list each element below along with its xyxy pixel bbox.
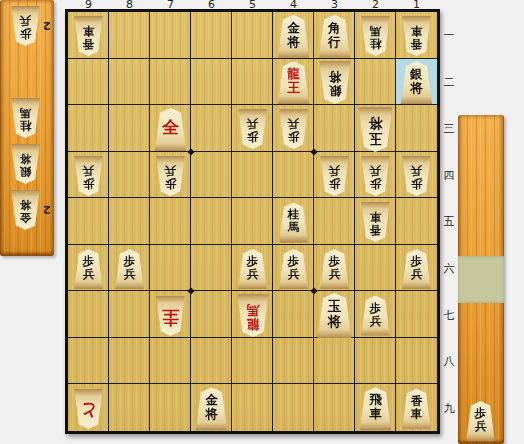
square-5一[interactable] <box>232 12 273 59</box>
piece-kanji: 車 <box>411 24 423 37</box>
file-label-7: 7 <box>161 0 181 11</box>
hand-piece-pawn-sente[interactable]: 歩兵 <box>465 401 496 441</box>
piece-kanji: 桂 <box>370 37 382 50</box>
piece-kanji: 兵 <box>83 164 95 177</box>
square-3五[interactable] <box>314 198 355 245</box>
komadai-sente-hand: 歩兵 <box>458 115 504 444</box>
piece-kanji: 香 <box>411 37 423 50</box>
square-6七[interactable] <box>191 291 232 338</box>
shogi-app: { "game": "shogi", "position": { "sfen":… <box>0 0 524 444</box>
square-7五[interactable] <box>150 198 191 245</box>
rank-label-6: 六 <box>441 261 457 276</box>
piece-kanji: 龍 <box>287 67 300 81</box>
square-5五[interactable] <box>232 198 273 245</box>
piece-kanji: 兵 <box>411 268 423 281</box>
piece-kanji: 玉 <box>328 299 342 314</box>
square-7八[interactable] <box>150 338 191 385</box>
square-8一[interactable] <box>109 12 150 59</box>
piece-kanji: 兵 <box>288 117 300 130</box>
piece-kanji: 車 <box>370 210 382 223</box>
square-4七[interactable] <box>273 291 314 338</box>
file-label-3: 3 <box>325 0 345 11</box>
rank-label-3: 三 <box>441 121 457 136</box>
square-2六[interactable] <box>355 245 396 292</box>
piece-kanji: 歩 <box>20 27 32 40</box>
piece-kanji: 兵 <box>329 164 341 177</box>
piece-kanji: 歩 <box>411 177 423 190</box>
piece-kanji: 龍 <box>246 317 259 331</box>
square-6三[interactable] <box>191 105 232 152</box>
square-6五[interactable] <box>191 198 232 245</box>
file-label-2: 2 <box>366 0 386 11</box>
square-9二[interactable] <box>68 59 109 106</box>
square-4八[interactable] <box>273 338 314 385</box>
piece-kanji: 馬 <box>20 106 32 119</box>
piece-kanji: 歩 <box>329 177 341 190</box>
square-8四[interactable] <box>109 152 150 199</box>
piece-kanji: 全 <box>162 119 179 140</box>
square-7六[interactable] <box>150 245 191 292</box>
piece-kanji: 馬 <box>370 24 382 37</box>
piece-kanji: 兵 <box>475 420 487 433</box>
piece-kanji: 金 <box>287 21 300 35</box>
hand-slot-highlight-silver[interactable] <box>458 256 504 303</box>
square-9五[interactable] <box>68 198 109 245</box>
piece-kanji: 車 <box>83 24 95 37</box>
hand-count-gold: 2 <box>43 204 51 215</box>
piece-kanji: 将 <box>287 35 300 49</box>
square-7九[interactable] <box>150 384 191 431</box>
piece-kanji: 歩 <box>247 130 259 143</box>
piece-kanji: 圭 <box>162 305 179 326</box>
piece-kanji: 兵 <box>124 268 136 281</box>
square-2二[interactable] <box>355 59 396 106</box>
piece-kanji: 香 <box>83 37 95 50</box>
square-8五[interactable] <box>109 198 150 245</box>
square-1三[interactable] <box>396 105 437 152</box>
square-3三[interactable] <box>314 105 355 152</box>
rank-label-5: 五 <box>441 214 457 229</box>
piece-kanji: 歩 <box>165 177 177 190</box>
piece-kanji: 兵 <box>411 164 423 177</box>
square-3九[interactable] <box>314 384 355 431</box>
square-6四[interactable] <box>191 152 232 199</box>
square-2八[interactable] <box>355 338 396 385</box>
rank-label-8: 八 <box>441 354 457 369</box>
square-1八[interactable] <box>396 338 437 385</box>
file-label-5: 5 <box>243 0 263 11</box>
piece-kanji: 兵 <box>288 268 300 281</box>
square-6八[interactable] <box>191 338 232 385</box>
piece-kanji: 歩 <box>370 302 382 315</box>
piece-kanji: 玉 <box>369 131 383 146</box>
piece-kanji: 歩 <box>288 130 300 143</box>
piece-kanji: 将 <box>410 81 423 95</box>
square-8九[interactable] <box>109 384 150 431</box>
hand-piece-gold-gote[interactable]: 金将 <box>10 190 41 230</box>
rank-label-2: 二 <box>441 75 457 90</box>
square-8八[interactable] <box>109 338 150 385</box>
hand-piece-pawn-gote[interactable]: 歩兵 <box>10 6 41 46</box>
piece-kanji: 歩 <box>83 177 95 190</box>
piece-kanji: 兵 <box>370 315 382 328</box>
square-6一[interactable] <box>191 12 232 59</box>
piece-kanji: 銀 <box>328 84 341 98</box>
square-1七[interactable] <box>396 291 437 338</box>
shogi-board: 香車金将角行桂馬香車龍王銀将銀将全歩兵歩兵玉将歩兵歩兵歩兵歩兵歩兵桂馬香車歩兵歩… <box>65 9 440 434</box>
piece-kanji: 行 <box>328 35 341 49</box>
piece-kanji: 金 <box>205 393 218 407</box>
piece-kanji: 将 <box>205 407 218 421</box>
piece-kanji: 将 <box>20 198 32 211</box>
piece-kanji: 金 <box>20 211 32 224</box>
square-4九[interactable] <box>273 384 314 431</box>
piece-kanji: 王 <box>287 81 300 95</box>
square-8二[interactable] <box>109 59 150 106</box>
square-7二[interactable] <box>150 59 191 106</box>
piece-kanji: 桂 <box>20 119 32 132</box>
rank-label-7: 七 <box>441 308 457 323</box>
piece-kanji: 兵 <box>165 164 177 177</box>
piece-kanji: 角 <box>328 21 341 35</box>
square-6六[interactable] <box>191 245 232 292</box>
rank-label-1: 一 <box>441 28 457 43</box>
piece-kanji: 兵 <box>20 14 32 27</box>
square-9七[interactable] <box>68 291 109 338</box>
piece-kanji: 兵 <box>247 117 259 130</box>
file-label-8: 8 <box>120 0 140 11</box>
piece-kanji: 飛 <box>369 393 382 407</box>
piece-kanji: 香 <box>411 395 423 408</box>
file-label-4: 4 <box>284 0 304 11</box>
square-9八[interactable] <box>68 338 109 385</box>
hand-piece-knight-gote[interactable]: 桂馬 <box>10 98 41 138</box>
piece-kanji: 車 <box>411 408 423 421</box>
piece-kanji: 歩 <box>370 177 382 190</box>
square-5八[interactable] <box>232 338 273 385</box>
piece-kanji: 兵 <box>247 268 259 281</box>
rank-label-4: 四 <box>441 168 457 183</box>
piece-kanji: 銀 <box>410 67 423 81</box>
square-7一[interactable] <box>150 12 191 59</box>
square-3八[interactable] <box>314 338 355 385</box>
square-1五[interactable] <box>396 198 437 245</box>
hand-count-pawn: 2 <box>43 20 51 31</box>
piece-kanji: 馬 <box>246 303 259 317</box>
square-4四[interactable] <box>273 152 314 199</box>
file-label-1: 1 <box>407 0 427 11</box>
square-6二[interactable] <box>191 59 232 106</box>
komadai-gote-hand: 歩兵2桂馬銀将金将2 <box>0 0 54 256</box>
piece-kanji: 馬 <box>288 221 300 234</box>
piece-kanji: 将 <box>369 116 383 131</box>
square-5二[interactable] <box>232 59 273 106</box>
piece-kanji: 車 <box>369 407 382 421</box>
piece-kanji: 将 <box>328 314 342 329</box>
piece-kanji: と <box>80 398 97 419</box>
hand-piece-silver-gote[interactable]: 銀将 <box>10 144 41 184</box>
rank-label-9: 九 <box>441 401 457 416</box>
piece-kanji: 兵 <box>83 268 95 281</box>
piece-kanji: 香 <box>370 223 382 236</box>
square-5四[interactable] <box>232 152 273 199</box>
piece-kanji: 将 <box>20 152 32 165</box>
file-label-9: 9 <box>79 0 99 11</box>
piece-kanji: 兵 <box>370 164 382 177</box>
square-8三[interactable] <box>109 105 150 152</box>
square-8七[interactable] <box>109 291 150 338</box>
piece-kanji: 銀 <box>20 165 32 178</box>
square-5九[interactable] <box>232 384 273 431</box>
piece-kanji: 兵 <box>329 268 341 281</box>
file-label-6: 6 <box>202 0 222 11</box>
piece-kanji: 将 <box>328 70 341 84</box>
square-9三[interactable] <box>68 105 109 152</box>
